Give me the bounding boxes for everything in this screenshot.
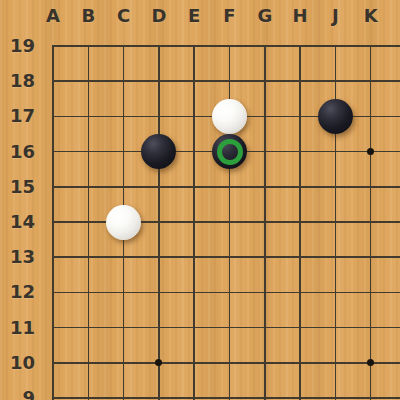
column-label-H: H bbox=[283, 5, 317, 27]
grid-line-row-13 bbox=[52, 256, 400, 258]
grid-line-row-15 bbox=[52, 186, 400, 188]
stone-white-C14 bbox=[106, 205, 141, 240]
grid-line-row-18 bbox=[52, 80, 400, 82]
row-label-14: 14 bbox=[3, 211, 35, 233]
row-label-10: 10 bbox=[3, 352, 35, 374]
row-label-19: 19 bbox=[3, 35, 35, 57]
grid-line-row-19 bbox=[52, 45, 400, 47]
row-label-9-partial: 9 bbox=[3, 387, 35, 400]
star-point-K10 bbox=[367, 359, 374, 366]
row-label-12: 12 bbox=[3, 281, 35, 303]
column-label-J: J bbox=[318, 5, 352, 27]
column-label-E: E bbox=[177, 5, 211, 27]
grid-line-row-10 bbox=[52, 362, 400, 364]
stone-black-D16 bbox=[141, 134, 176, 169]
grid-line-row-11 bbox=[52, 327, 400, 329]
row-label-16: 16 bbox=[3, 141, 35, 163]
column-label-D: D bbox=[142, 5, 176, 27]
star-point-K16 bbox=[367, 148, 374, 155]
star-point-D10 bbox=[155, 359, 162, 366]
grid-line-row-14 bbox=[52, 221, 400, 223]
column-label-C: C bbox=[107, 5, 141, 27]
column-label-B: B bbox=[71, 5, 105, 27]
stone-white-F17 bbox=[212, 99, 247, 134]
grid-line-row-12 bbox=[52, 292, 400, 294]
stone-black-J17 bbox=[318, 99, 353, 134]
row-label-13: 13 bbox=[3, 246, 35, 268]
row-label-18: 18 bbox=[3, 70, 35, 92]
go-board[interactable]: ABCDEFGHJK191817161514131211109 bbox=[0, 0, 400, 400]
row-label-17: 17 bbox=[3, 105, 35, 127]
stone-black-F16 bbox=[212, 134, 247, 169]
column-label-F: F bbox=[213, 5, 247, 27]
column-label-G: G bbox=[248, 5, 282, 27]
grid-line-row-9 bbox=[52, 397, 400, 399]
last-move-marker bbox=[217, 139, 243, 165]
column-label-A: A bbox=[36, 5, 70, 27]
row-label-11: 11 bbox=[3, 317, 35, 339]
column-label-K: K bbox=[354, 5, 388, 27]
row-label-15: 15 bbox=[3, 176, 35, 198]
